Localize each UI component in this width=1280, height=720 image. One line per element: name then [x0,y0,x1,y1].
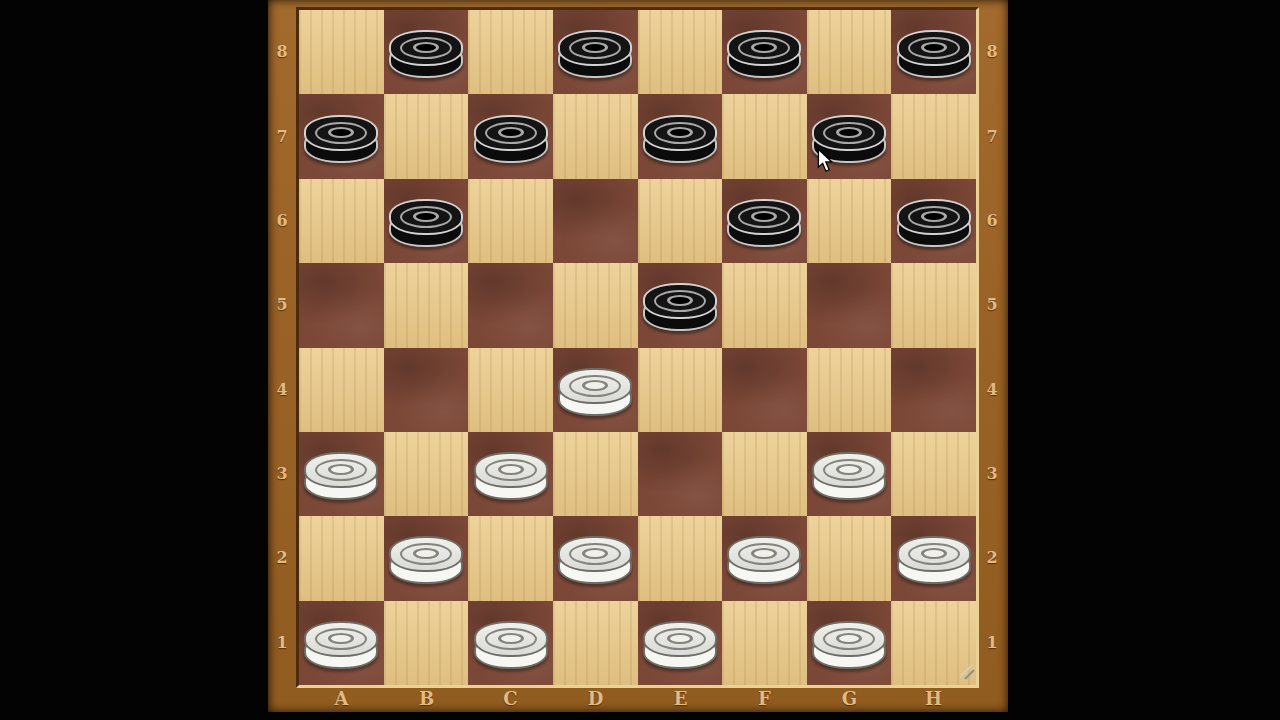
piece-top [643,283,717,319]
piece-top [812,621,886,657]
rank-label-left-7: 7 [269,127,295,147]
square-D8[interactable] [553,10,638,94]
rank-label-right-7: 7 [979,127,1005,147]
piece-ring [667,633,693,644]
square-F1[interactable] [722,601,807,685]
square-F8[interactable] [722,10,807,94]
file-label-G: G [807,688,892,709]
rank-label-right-1: 1 [979,633,1005,653]
rank-label-left-5: 5 [269,295,295,315]
square-A6[interactable] [299,179,384,263]
piece-ring [498,127,524,138]
piece-top [812,452,886,488]
piece-top [474,452,548,488]
white-man-C3[interactable] [474,452,548,500]
square-G2[interactable] [807,516,892,600]
square-E7[interactable] [638,94,723,178]
white-man-A3[interactable] [304,452,378,500]
piece-top [643,621,717,657]
black-man-B6[interactable] [389,199,463,247]
square-B3[interactable] [384,432,469,516]
square-B7[interactable] [384,94,469,178]
square-D2[interactable] [553,516,638,600]
square-C2[interactable] [468,516,553,600]
square-H7[interactable] [891,94,976,178]
square-H4[interactable] [891,348,976,432]
piece-ring [836,127,862,138]
piece-ring [413,211,439,222]
black-man-E5[interactable] [643,283,717,331]
white-man-D4[interactable] [558,368,632,416]
black-man-C7[interactable] [474,115,548,163]
piece-top [727,536,801,572]
square-E8[interactable] [638,10,723,94]
square-D6[interactable] [553,179,638,263]
square-A5[interactable] [299,263,384,347]
square-B5[interactable] [384,263,469,347]
square-H2[interactable] [891,516,976,600]
square-H5[interactable] [891,263,976,347]
square-B1[interactable] [384,601,469,685]
rank-label-left-8: 8 [269,42,295,62]
piece-ring [836,633,862,644]
piece-top [389,30,463,66]
rank-label-right-4: 4 [979,380,1005,400]
square-A1[interactable] [299,601,384,685]
square-E5[interactable] [638,263,723,347]
square-A7[interactable] [299,94,384,178]
white-man-B2[interactable] [389,536,463,584]
square-E6[interactable] [638,179,723,263]
file-label-E: E [638,688,723,709]
checkers-board [299,10,976,685]
black-man-H6[interactable] [897,199,971,247]
rank-label-right-6: 6 [979,211,1005,231]
square-G6[interactable] [807,179,892,263]
piece-ring [921,42,947,53]
square-C7[interactable] [468,94,553,178]
square-E1[interactable] [638,601,723,685]
piece-top [558,368,632,404]
file-label-F: F [722,688,807,709]
piece-top [812,115,886,151]
square-F4[interactable] [722,348,807,432]
square-D1[interactable] [553,601,638,685]
piece-top [643,115,717,151]
square-H8[interactable] [891,10,976,94]
rank-label-right-2: 2 [979,548,1005,568]
rank-label-left-2: 2 [269,548,295,568]
file-label-A: A [299,688,384,709]
square-C4[interactable] [468,348,553,432]
piece-top [304,115,378,151]
black-man-A7[interactable] [304,115,378,163]
black-man-E7[interactable] [643,115,717,163]
square-H6[interactable] [891,179,976,263]
white-man-G1[interactable] [812,621,886,669]
rank-label-right-5: 5 [979,295,1005,315]
piece-ring [921,211,947,222]
piece-ring [498,633,524,644]
square-C6[interactable] [468,179,553,263]
piece-top [558,536,632,572]
file-label-B: B [384,688,469,709]
white-man-D2[interactable] [558,536,632,584]
white-man-E1[interactable] [643,621,717,669]
square-F2[interactable] [722,516,807,600]
letterbox-background: 8877665544332211ABCDEFGH [0,0,1280,720]
black-man-F8[interactable] [727,30,801,78]
square-G8[interactable] [807,10,892,94]
square-C1[interactable] [468,601,553,685]
file-label-H: H [891,688,976,709]
piece-ring [582,380,608,391]
rank-label-right-8: 8 [979,42,1005,62]
square-G3[interactable] [807,432,892,516]
square-C8[interactable] [468,10,553,94]
piece-ring [498,464,524,475]
white-man-H2[interactable] [897,536,971,584]
square-B2[interactable] [384,516,469,600]
white-man-A1[interactable] [304,621,378,669]
square-A3[interactable] [299,432,384,516]
board-bevel [296,7,979,688]
square-F3[interactable] [722,432,807,516]
piece-top [389,536,463,572]
piece-top [727,30,801,66]
piece-top [304,452,378,488]
file-label-D: D [553,688,638,709]
square-G4[interactable] [807,348,892,432]
square-A8[interactable] [299,10,384,94]
square-G5[interactable] [807,263,892,347]
rank-label-right-3: 3 [979,464,1005,484]
square-E4[interactable] [638,348,723,432]
piece-top [474,115,548,151]
square-H3[interactable] [891,432,976,516]
black-man-F6[interactable] [727,199,801,247]
rank-label-left-1: 1 [269,633,295,653]
piece-top [304,621,378,657]
square-B8[interactable] [384,10,469,94]
white-man-C1[interactable] [474,621,548,669]
white-man-F2[interactable] [727,536,801,584]
piece-top [474,621,548,657]
square-C3[interactable] [468,432,553,516]
piece-ring [328,633,354,644]
rank-label-left-4: 4 [269,380,295,400]
square-G1[interactable] [807,601,892,685]
rank-label-left-6: 6 [269,211,295,231]
piece-top [897,536,971,572]
white-man-G3[interactable] [812,452,886,500]
square-B4[interactable] [384,348,469,432]
square-A2[interactable] [299,516,384,600]
square-F6[interactable] [722,179,807,263]
piece-ring [328,127,354,138]
square-F5[interactable] [722,263,807,347]
piece-top [897,199,971,235]
piece-top [389,199,463,235]
square-D4[interactable] [553,348,638,432]
piece-top [897,30,971,66]
file-label-C: C [468,688,553,709]
black-man-B8[interactable] [389,30,463,78]
square-D7[interactable] [553,94,638,178]
square-C5[interactable] [468,263,553,347]
square-F7[interactable] [722,94,807,178]
resize-grip-icon[interactable] [957,662,976,681]
black-man-D8[interactable] [558,30,632,78]
square-B6[interactable] [384,179,469,263]
square-A4[interactable] [299,348,384,432]
piece-top [727,199,801,235]
piece-ring [667,127,693,138]
board-frame: 8877665544332211ABCDEFGH [268,0,1008,712]
square-D5[interactable] [553,263,638,347]
rank-label-left-3: 3 [269,464,295,484]
piece-top [558,30,632,66]
square-E3[interactable] [638,432,723,516]
square-D3[interactable] [553,432,638,516]
black-man-H8[interactable] [897,30,971,78]
mouse-cursor [817,148,834,174]
square-E2[interactable] [638,516,723,600]
